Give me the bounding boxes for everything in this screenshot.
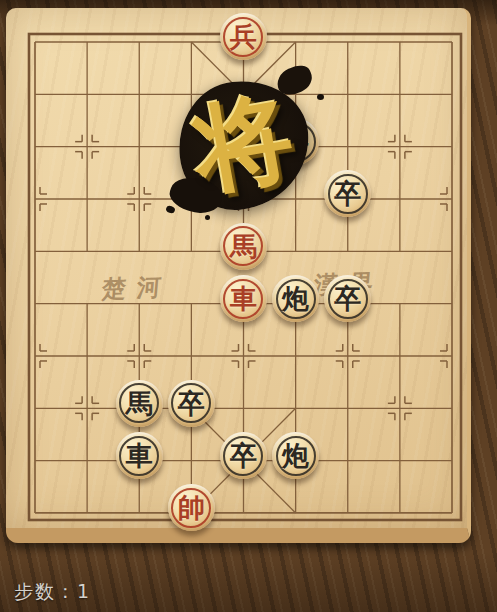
piece-glyph: 炮 [272,432,319,479]
piece-black-cannon[interactable]: 炮 [272,275,319,322]
step-counter: 步数：1 [14,579,91,605]
piece-glyph: 帥 [168,484,215,531]
xiangqi-app-screen: 楚河 漢界 兵将卒馬車炮卒馬卒車卒炮帥 将 步数：1 [0,0,497,612]
piece-red-horse[interactable]: 馬 [220,223,267,270]
piece-black-soldier[interactable]: 卒 [220,432,267,479]
piece-glyph: 車 [220,275,267,322]
piece-glyph: 兵 [220,13,267,60]
check-announcement-splash: 将 [173,75,316,216]
piece-glyph: 炮 [272,275,319,322]
piece-glyph: 馬 [220,223,267,270]
piece-glyph: 卒 [168,380,215,427]
piece-black-chariot[interactable]: 車 [116,432,163,479]
piece-glyph: 馬 [116,380,163,427]
piece-red-chariot[interactable]: 車 [220,275,267,322]
piece-glyph: 卒 [220,432,267,479]
piece-glyph: 卒 [324,275,371,322]
piece-red-general[interactable]: 帥 [168,484,215,531]
piece-black-cannon[interactable]: 炮 [272,432,319,479]
piece-red-soldier[interactable]: 兵 [220,13,267,60]
piece-glyph: 卒 [324,170,371,217]
check-glyph: 将 [169,71,319,220]
piece-black-horse[interactable]: 馬 [116,380,163,427]
piece-black-soldier[interactable]: 卒 [324,170,371,217]
piece-black-soldier[interactable]: 卒 [168,380,215,427]
piece-glyph: 車 [116,432,163,479]
ink-splash-drop [317,94,324,100]
piece-black-soldier[interactable]: 卒 [324,275,371,322]
